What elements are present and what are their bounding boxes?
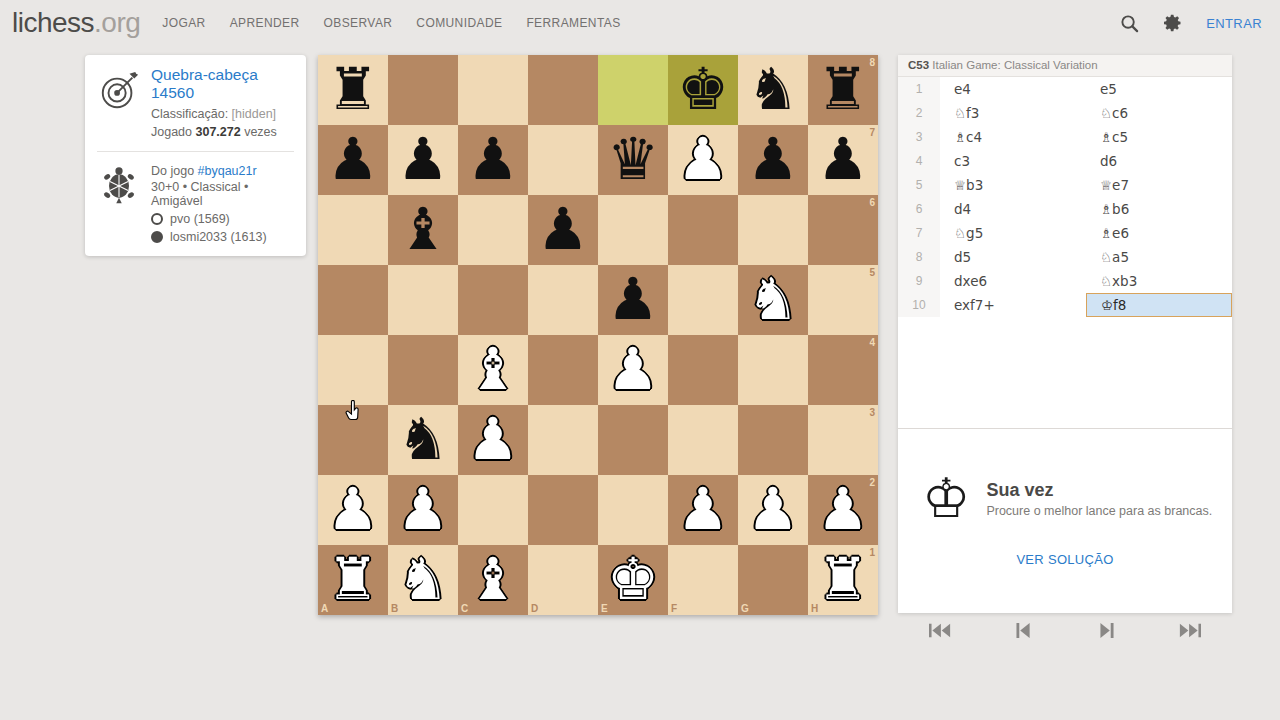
square-b3[interactable]: ♞	[388, 405, 458, 475]
square-g4[interactable]	[738, 335, 808, 405]
menu-item-observar[interactable]: OBSERVAR	[324, 16, 393, 30]
move-5-black[interactable]: ♕e7	[1086, 173, 1232, 197]
move-5-white[interactable]: ♕b3	[940, 173, 1086, 197]
square-h1[interactable]: 1H♜	[808, 545, 878, 615]
square-h8[interactable]: 8♜	[808, 55, 878, 125]
square-d8[interactable]	[528, 55, 598, 125]
move-number-7: 7	[898, 221, 940, 245]
black-pawn-e5[interactable]: ♟	[598, 265, 668, 335]
rank-label-4: 4	[869, 337, 875, 348]
move-number-2: 2	[898, 101, 940, 125]
your-turn-title: Sua vez	[986, 480, 1212, 501]
previous-move-button[interactable]	[982, 616, 1066, 644]
square-c1[interactable]: C♝	[458, 545, 528, 615]
move-4-white[interactable]: c3	[940, 149, 1086, 173]
black-pawn-g7[interactable]: ♟	[738, 125, 808, 195]
square-c5[interactable]	[458, 265, 528, 335]
black-bishop-b6[interactable]: ♝	[388, 195, 458, 265]
square-e3[interactable]	[598, 405, 668, 475]
white-pawn-b2[interactable]: ♟	[388, 475, 458, 545]
black-knight-g8[interactable]: ♞	[738, 55, 808, 125]
square-h7[interactable]: 7♟	[808, 125, 878, 195]
square-b1[interactable]: B♞	[388, 545, 458, 615]
square-a7[interactable]: ♟	[318, 125, 388, 195]
square-e1[interactable]: E♚	[598, 545, 668, 615]
white-pawn-e4[interactable]: ♟	[598, 335, 668, 405]
white-bishop-c4[interactable]: ♝	[458, 335, 528, 405]
white-player-icon	[151, 213, 163, 225]
black-player-icon	[151, 231, 163, 243]
lichess-logo[interactable]: lichess.org	[12, 7, 140, 39]
your-turn-block: ♔ Sua vez Procure o melhor lance para as…	[922, 471, 1232, 527]
white-knight-b1[interactable]: ♞	[388, 545, 458, 615]
logo-tld: .org	[94, 7, 140, 38]
square-c4[interactable]: ♝	[458, 335, 528, 405]
black-queen-e7[interactable]: ♛	[598, 125, 668, 195]
black-pawn-a7[interactable]: ♟	[318, 125, 388, 195]
white-pawn-f7[interactable]: ♟	[668, 125, 738, 195]
move-2-black[interactable]: ♘c6	[1086, 101, 1232, 125]
card-divider	[97, 151, 294, 152]
puzzle-side-panel: C53 Italian Game: Classical Variation 1e…	[898, 55, 1232, 613]
chess-board: ♜♚♞8♜♟♟♟♛♟♟7♟♝♟6♟♞5♝♟4♞♟3♟♟♟♟2♟A♜B♞C♝DE♚…	[318, 55, 878, 615]
black-rook-a8[interactable]: ♜	[318, 55, 388, 125]
move-2-white[interactable]: ♘f3	[940, 101, 1086, 125]
black-pawn-b7[interactable]: ♟	[388, 125, 458, 195]
square-d5[interactable]	[528, 265, 598, 335]
move-number-4: 4	[898, 149, 940, 173]
square-g8[interactable]: ♞	[738, 55, 808, 125]
square-f7[interactable]: ♟	[668, 125, 738, 195]
square-g1[interactable]: G	[738, 545, 808, 615]
square-d7[interactable]	[528, 125, 598, 195]
square-d1[interactable]: D	[528, 545, 598, 615]
search-icon[interactable]	[1118, 12, 1140, 34]
move-10-black[interactable]: ♔f8	[1086, 293, 1232, 317]
square-a5[interactable]	[318, 265, 388, 335]
black-rook-h8[interactable]: ♜	[808, 55, 878, 125]
black-knight-b3[interactable]: ♞	[388, 405, 458, 475]
square-g5[interactable]: ♞	[738, 265, 808, 335]
move-9-white[interactable]: dxe6	[940, 269, 1086, 293]
move-7-white[interactable]: ♘g5	[940, 221, 1086, 245]
black-king-f8[interactable]: ♚	[668, 55, 738, 125]
square-a8[interactable]: ♜	[318, 55, 388, 125]
last-move-button[interactable]	[1149, 616, 1233, 644]
square-d6[interactable]: ♟	[528, 195, 598, 265]
move-number-3: 3	[898, 125, 940, 149]
square-f6[interactable]	[668, 195, 738, 265]
square-g3[interactable]	[738, 405, 808, 475]
view-solution-button[interactable]: VER SOLUÇÃO	[898, 552, 1232, 567]
menu-item-comunidade[interactable]: COMUNIDADE	[416, 16, 502, 30]
square-c3[interactable]: ♟	[458, 405, 528, 475]
square-d4[interactable]	[528, 335, 598, 405]
game-meta: 30+0 • Classical • Amigável	[151, 180, 294, 208]
square-b7[interactable]: ♟	[388, 125, 458, 195]
square-c2[interactable]	[458, 475, 528, 545]
move-number-1: 1	[898, 77, 940, 101]
rank-label-5: 5	[869, 267, 875, 278]
menu-item-ferramentas[interactable]: FERRAMENTAS	[526, 16, 620, 30]
move-6-black[interactable]: ♗b6	[1086, 197, 1232, 221]
black-pawn-h7[interactable]: ♟	[808, 125, 878, 195]
move-1-white[interactable]: e4	[940, 77, 1086, 101]
square-b2[interactable]: ♟	[388, 475, 458, 545]
file-label-f: F	[671, 603, 677, 614]
square-h2[interactable]: 2♟	[808, 475, 878, 545]
white-rook-a1[interactable]: ♜	[318, 545, 388, 615]
black-pawn-c7[interactable]: ♟	[458, 125, 528, 195]
rank-label-6: 6	[869, 197, 875, 208]
white-rook-h1[interactable]: ♜	[808, 545, 878, 615]
logo-main: lichess	[12, 7, 94, 38]
your-turn-subtitle: Procure o melhor lance para as brancas.	[986, 504, 1212, 518]
target-icon	[97, 66, 141, 141]
square-c8[interactable]	[458, 55, 528, 125]
square-e6[interactable]	[598, 195, 668, 265]
square-g6[interactable]	[738, 195, 808, 265]
sign-in-button[interactable]: ENTRAR	[1206, 16, 1262, 31]
move-3-black[interactable]: ♗c5	[1086, 125, 1232, 149]
source-game: Do jogo #byqau21r	[151, 164, 294, 178]
square-a4[interactable]	[318, 335, 388, 405]
white-pawn-h2[interactable]: ♟	[808, 475, 878, 545]
square-b8[interactable]	[388, 55, 458, 125]
top-nav: lichess.org JOGAR APRENDER OBSERVAR COMU…	[0, 0, 1280, 46]
square-e5[interactable]: ♟	[598, 265, 668, 335]
turtle-icon	[97, 162, 141, 244]
square-f4[interactable]	[668, 335, 738, 405]
move-8-white[interactable]: d5	[940, 245, 1086, 269]
square-a6[interactable]	[318, 195, 388, 265]
menu-item-aprender[interactable]: APRENDER	[230, 16, 300, 30]
move-navigation	[898, 616, 1232, 644]
player-white: pvo (1569)	[151, 212, 294, 226]
square-a2[interactable]: ♟	[318, 475, 388, 545]
move-number-5: 5	[898, 173, 940, 197]
square-f5[interactable]	[668, 265, 738, 335]
white-pawn-g2[interactable]: ♟	[738, 475, 808, 545]
move-number-10: 10	[898, 293, 940, 317]
white-pawn-a2[interactable]: ♟	[318, 475, 388, 545]
move-6-white[interactable]: d4	[940, 197, 1086, 221]
puzzle-played-count: Jogado 307.272 vezes	[151, 123, 294, 141]
square-f8[interactable]: ♚	[668, 55, 738, 125]
move-9-black[interactable]: ♘xb3	[1086, 269, 1232, 293]
menu-item-jogar[interactable]: JOGAR	[162, 16, 205, 30]
square-d2[interactable]	[528, 475, 598, 545]
player-black: losmi2033 (1613)	[151, 230, 294, 244]
square-b6[interactable]: ♝	[388, 195, 458, 265]
square-e2[interactable]	[598, 475, 668, 545]
source-game-link[interactable]: #byqau21r	[198, 164, 257, 178]
square-e4[interactable]: ♟	[598, 335, 668, 405]
white-knight-g5[interactable]: ♞	[738, 265, 808, 335]
main-menu: JOGAR APRENDER OBSERVAR COMUNIDADE FERRA…	[162, 16, 620, 30]
rank-label-3: 3	[869, 407, 875, 418]
move-7-black[interactable]: ♗e6	[1086, 221, 1232, 245]
white-king-e1[interactable]: ♚	[598, 545, 668, 615]
gear-icon[interactable]	[1162, 12, 1184, 34]
square-f2[interactable]: ♟	[668, 475, 738, 545]
next-move-button[interactable]	[1065, 616, 1149, 644]
square-e7[interactable]: ♛	[598, 125, 668, 195]
opening-name: C53 Italian Game: Classical Variation	[898, 55, 1232, 77]
moves-list: 1e4e52♘f3♘c63♗c4♗c54c3d65♕b3♕e76d4♗b67♘g…	[898, 77, 1232, 317]
square-g7[interactable]: ♟	[738, 125, 808, 195]
move-4-black[interactable]: d6	[1086, 149, 1232, 173]
puzzle-rating: Classificação: [hidden]	[151, 105, 294, 123]
move-10-white[interactable]: exf7+	[940, 293, 1086, 317]
square-b4[interactable]	[388, 335, 458, 405]
first-move-button[interactable]	[898, 616, 982, 644]
square-e8[interactable]	[598, 55, 668, 125]
square-a1[interactable]: A♜	[318, 545, 388, 615]
file-label-d: D	[531, 603, 538, 614]
file-label-g: G	[741, 603, 749, 614]
square-c6[interactable]	[458, 195, 528, 265]
square-f3[interactable]	[668, 405, 738, 475]
white-pawn-c3[interactable]: ♟	[458, 405, 528, 475]
square-h6[interactable]: 6	[808, 195, 878, 265]
square-h5[interactable]: 5	[808, 265, 878, 335]
move-1-black[interactable]: e5	[1086, 77, 1232, 101]
white-pawn-f2[interactable]: ♟	[668, 475, 738, 545]
black-pawn-d6[interactable]: ♟	[528, 195, 598, 265]
square-h3[interactable]: 3	[808, 405, 878, 475]
square-d3[interactable]	[528, 405, 598, 475]
white-king-icon: ♔	[922, 471, 970, 527]
square-g2[interactable]: ♟	[738, 475, 808, 545]
panel-divider	[898, 428, 1232, 429]
move-number-6: 6	[898, 197, 940, 221]
square-c7[interactable]: ♟	[458, 125, 528, 195]
square-b5[interactable]	[388, 265, 458, 335]
move-3-white[interactable]: ♗c4	[940, 125, 1086, 149]
puzzle-title-link[interactable]: Quebra-cabeça 14560	[151, 66, 294, 102]
puzzle-info-card: Quebra-cabeça 14560 Classificação: [hidd…	[85, 55, 306, 256]
move-8-black[interactable]: ♘a5	[1086, 245, 1232, 269]
move-number-9: 9	[898, 269, 940, 293]
move-number-8: 8	[898, 245, 940, 269]
white-bishop-c1[interactable]: ♝	[458, 545, 528, 615]
square-a3[interactable]	[318, 405, 388, 475]
square-h4[interactable]: 4	[808, 335, 878, 405]
square-f1[interactable]: F	[668, 545, 738, 615]
